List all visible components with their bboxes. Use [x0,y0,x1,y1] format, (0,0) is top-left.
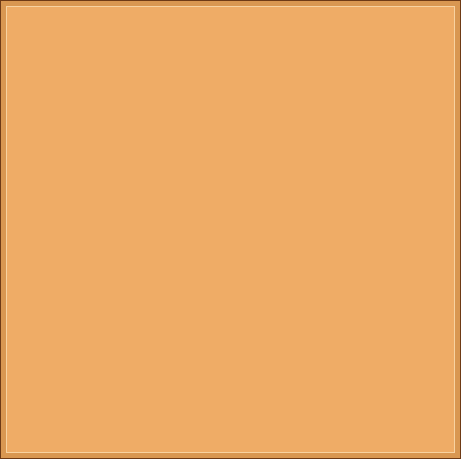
board-grid [19,21,460,452]
go-board-diagram [0,0,461,459]
